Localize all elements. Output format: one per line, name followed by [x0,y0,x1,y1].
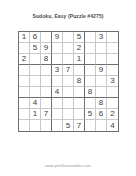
cell-r2c4 [52,43,63,54]
cell-r2c7 [85,43,96,54]
cell-r1c8: 3 [96,32,107,43]
cell-r7c8: 8 [96,98,107,109]
cell-r5c5 [63,76,74,87]
cell-r7c9 [107,98,118,109]
cell-r1c2: 6 [30,32,41,43]
cell-r4c9 [107,65,118,76]
cell-r5c4 [52,76,63,87]
cell-r7c3 [41,98,52,109]
cell-r9c7 [85,120,96,131]
cell-r7c6 [74,98,85,109]
cell-r3c4 [52,54,63,65]
cell-r2c9 [107,43,118,54]
cell-r9c4 [52,120,63,131]
cell-r9c9: 4 [107,120,118,131]
cell-r9c5: 5 [63,120,74,131]
cell-r3c6: 1 [74,54,85,65]
cell-r5c3 [41,76,52,87]
cell-r2c2: 5 [30,43,41,54]
cell-r3c9 [107,54,118,65]
cell-r9c6: 7 [74,120,85,131]
cell-r8c6 [74,109,85,120]
cell-r6c5 [63,87,74,98]
cell-r2c3: 9 [41,43,52,54]
cell-r6c6 [74,87,85,98]
cell-r9c8 [96,120,107,131]
cell-r5c1 [19,76,30,87]
cell-r1c4: 9 [52,32,63,43]
cell-r8c2: 1 [30,109,41,120]
cell-r6c2 [30,87,41,98]
sudoku-board: 1695359228137983484817562574 [18,31,119,132]
cell-r4c6 [74,65,85,76]
cell-r7c5 [63,98,74,109]
cell-r4c3 [41,65,52,76]
footer-url: www.printfreesudoku.com [0,163,136,168]
cell-r8c9: 2 [107,109,118,120]
cell-r4c8: 9 [96,65,107,76]
cell-r3c3: 8 [41,54,52,65]
cell-r3c8 [96,54,107,65]
cell-r1c5 [63,32,74,43]
cell-r5c6: 8 [74,76,85,87]
cell-r7c4 [52,98,63,109]
cell-r3c7 [85,54,96,65]
cell-r4c4: 3 [52,65,63,76]
cell-r3c1: 2 [19,54,30,65]
cell-r9c3 [41,120,52,131]
cell-r6c4: 4 [52,87,63,98]
cell-r6c3 [41,87,52,98]
cell-r5c9: 3 [107,76,118,87]
cell-r6c9 [107,87,118,98]
cell-r6c8 [96,87,107,98]
cell-r8c7: 5 [85,109,96,120]
cell-r7c2: 4 [30,98,41,109]
cell-r1c9 [107,32,118,43]
cell-r9c1 [19,120,30,131]
cell-r4c1 [19,65,30,76]
cell-r8c1 [19,109,30,120]
cell-r2c5 [63,43,74,54]
cell-r4c5: 7 [63,65,74,76]
puzzle-title: Sudoku, Easy (Puzzle #4275) [0,13,136,19]
cell-r7c1 [19,98,30,109]
cell-r1c7 [85,32,96,43]
cell-r4c7 [85,65,96,76]
cell-r1c1: 1 [19,32,30,43]
cell-r6c1 [19,87,30,98]
cell-r2c1 [19,43,30,54]
printable-sudoku-page: { "game": "sudoku", "header": { "title":… [0,0,136,176]
cell-r2c8 [96,43,107,54]
cell-r6c7: 8 [85,87,96,98]
cell-r8c8: 6 [96,109,107,120]
cell-r3c5 [63,54,74,65]
cell-r4c2 [30,65,41,76]
cell-r2c6: 2 [74,43,85,54]
cell-r7c7 [85,98,96,109]
cell-r8c3: 7 [41,109,52,120]
cell-r5c7 [85,76,96,87]
cell-r9c2 [30,120,41,131]
cell-r5c2 [30,76,41,87]
cell-r8c5 [63,109,74,120]
cell-r1c3 [41,32,52,43]
cell-r3c2 [30,54,41,65]
cell-r1c6: 5 [74,32,85,43]
cell-r5c8 [96,76,107,87]
cell-r8c4 [52,109,63,120]
